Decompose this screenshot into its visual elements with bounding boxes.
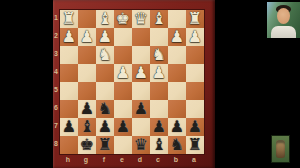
square-h8[interactable]	[60, 136, 78, 154]
square-b4[interactable]	[168, 64, 186, 82]
square-c2[interactable]	[150, 28, 168, 46]
piece-black-rook[interactable]: ♜	[188, 136, 202, 154]
piece-white-knight[interactable]: ♞	[152, 46, 166, 64]
presenter-shirt	[271, 26, 296, 38]
piece-black-pawn[interactable]: ♟	[188, 118, 202, 136]
square-c8[interactable]: ♝	[150, 136, 168, 154]
file-label-d: d	[131, 154, 149, 167]
piece-white-pawn[interactable]: ♟	[98, 28, 112, 46]
square-c3[interactable]: ♞	[150, 46, 168, 64]
square-f6[interactable]: ♞	[96, 100, 114, 118]
square-c1[interactable]: ♝	[150, 10, 168, 28]
chess-board-frame: 12345678 ♜♝♚♛♝♜♟♟♟♟♟♞♞♟♟♟♟♞♟♟♝♟♟♟♟♟♚♜♛♝♞…	[53, 0, 215, 168]
piece-white-bishop[interactable]: ♝	[152, 10, 166, 28]
square-f8[interactable]: ♜	[96, 136, 114, 154]
piece-white-pawn[interactable]: ♟	[188, 28, 202, 46]
square-e7[interactable]: ♟	[114, 118, 132, 136]
square-g7[interactable]: ♝	[78, 118, 96, 136]
square-f1[interactable]: ♝	[96, 10, 114, 28]
file-label-b: b	[167, 154, 185, 167]
square-b3[interactable]	[168, 46, 186, 64]
piece-white-pawn[interactable]: ♟	[62, 28, 76, 46]
square-b1[interactable]	[168, 10, 186, 28]
file-label-f: f	[95, 154, 113, 167]
square-e3[interactable]	[114, 46, 132, 64]
square-h4[interactable]	[60, 64, 78, 82]
piece-black-knight[interactable]: ♞	[170, 136, 184, 154]
square-h6[interactable]	[60, 100, 78, 118]
piece-black-pawn[interactable]: ♟	[116, 118, 130, 136]
square-g3[interactable]	[78, 46, 96, 64]
square-e5[interactable]	[114, 82, 132, 100]
file-label-c: c	[149, 154, 167, 167]
square-a3[interactable]	[186, 46, 204, 64]
piece-black-pawn[interactable]: ♟	[134, 100, 148, 118]
piece-black-king[interactable]: ♚	[80, 136, 94, 154]
square-a4[interactable]	[186, 64, 204, 82]
piece-black-pawn[interactable]: ♟	[98, 118, 112, 136]
square-d1[interactable]: ♛	[132, 10, 150, 28]
square-e6[interactable]	[114, 100, 132, 118]
chess-board[interactable]: ♜♝♚♛♝♜♟♟♟♟♟♞♞♟♟♟♟♞♟♟♝♟♟♟♟♟♚♜♛♝♞♜	[59, 9, 205, 155]
square-b8[interactable]: ♞	[168, 136, 186, 154]
square-d3[interactable]	[132, 46, 150, 64]
square-d7[interactable]	[132, 118, 150, 136]
square-b5[interactable]	[168, 82, 186, 100]
square-g5[interactable]	[78, 82, 96, 100]
square-f4[interactable]	[96, 64, 114, 82]
video-frame: 12345678 ♜♝♚♛♝♜♟♟♟♟♟♞♞♟♟♟♟♞♟♟♝♟♟♟♟♟♚♜♛♝♞…	[0, 0, 300, 168]
piece-black-pawn[interactable]: ♟	[152, 118, 166, 136]
square-a6[interactable]	[186, 100, 204, 118]
square-d6[interactable]: ♟	[132, 100, 150, 118]
square-f3[interactable]: ♞	[96, 46, 114, 64]
file-labels: hgfedcba	[59, 154, 203, 167]
square-a5[interactable]	[186, 82, 204, 100]
piece-black-bishop[interactable]: ♝	[152, 136, 166, 154]
square-a8[interactable]: ♜	[186, 136, 204, 154]
square-a1[interactable]: ♜	[186, 10, 204, 28]
square-d2[interactable]	[132, 28, 150, 46]
square-d5[interactable]	[132, 82, 150, 100]
square-e1[interactable]: ♚	[114, 10, 132, 28]
square-d4[interactable]: ♟	[132, 64, 150, 82]
piece-white-bishop[interactable]: ♝	[98, 10, 112, 28]
square-g2[interactable]: ♟	[78, 28, 96, 46]
presenter-face	[277, 8, 290, 24]
square-f5[interactable]	[96, 82, 114, 100]
piece-white-king[interactable]: ♚	[116, 10, 130, 28]
square-g6[interactable]: ♟	[78, 100, 96, 118]
piece-white-pawn[interactable]: ♟	[170, 28, 184, 46]
piece-white-pawn[interactable]: ♟	[152, 64, 166, 82]
piece-black-rook[interactable]: ♜	[98, 136, 112, 154]
file-label-h: h	[59, 154, 77, 167]
square-e8[interactable]	[114, 136, 132, 154]
square-c7[interactable]: ♟	[150, 118, 168, 136]
piece-black-pawn[interactable]: ♟	[80, 100, 94, 118]
piece-white-pawn[interactable]: ♟	[134, 64, 148, 82]
corner-thumbnail	[272, 136, 289, 162]
square-g4[interactable]	[78, 64, 96, 82]
square-b7[interactable]: ♟	[168, 118, 186, 136]
square-h2[interactable]: ♟	[60, 28, 78, 46]
square-h1[interactable]: ♜	[60, 10, 78, 28]
square-b6[interactable]	[168, 100, 186, 118]
square-c5[interactable]	[150, 82, 168, 100]
file-label-g: g	[77, 154, 95, 167]
webcam-overlay	[267, 2, 300, 38]
square-g1[interactable]	[78, 10, 96, 28]
square-e2[interactable]	[114, 28, 132, 46]
square-h5[interactable]	[60, 82, 78, 100]
square-a2[interactable]: ♟	[186, 28, 204, 46]
file-label-a: a	[185, 154, 203, 167]
piece-black-pawn[interactable]: ♟	[170, 118, 184, 136]
square-f7[interactable]: ♟	[96, 118, 114, 136]
square-c6[interactable]	[150, 100, 168, 118]
square-d8[interactable]: ♛	[132, 136, 150, 154]
piece-white-queen[interactable]: ♛	[134, 10, 148, 28]
piece-white-knight[interactable]: ♞	[98, 46, 112, 64]
square-h3[interactable]	[60, 46, 78, 64]
square-b2[interactable]: ♟	[168, 28, 186, 46]
square-h7[interactable]: ♟	[60, 118, 78, 136]
piece-white-pawn[interactable]: ♟	[80, 28, 94, 46]
square-g8[interactable]: ♚	[78, 136, 96, 154]
piece-black-knight[interactable]: ♞	[98, 100, 112, 118]
piece-white-rook[interactable]: ♜	[62, 10, 76, 28]
square-a7[interactable]: ♟	[186, 118, 204, 136]
square-e4[interactable]: ♟	[114, 64, 132, 82]
piece-white-pawn[interactable]: ♟	[116, 64, 130, 82]
piece-white-rook[interactable]: ♜	[188, 10, 202, 28]
piece-black-queen[interactable]: ♛	[134, 136, 148, 154]
piece-black-pawn[interactable]: ♟	[62, 118, 76, 136]
file-label-e: e	[113, 154, 131, 167]
square-c4[interactable]: ♟	[150, 64, 168, 82]
thumbnail-figure	[276, 140, 285, 158]
square-f2[interactable]: ♟	[96, 28, 114, 46]
piece-black-bishop[interactable]: ♝	[80, 118, 94, 136]
